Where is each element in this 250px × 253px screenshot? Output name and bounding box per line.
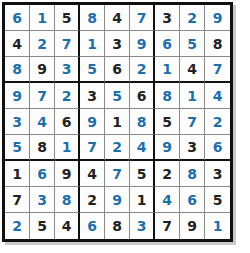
cell-r6c9[interactable]: 6 [205, 135, 230, 161]
cell-r9c9[interactable]: 1 [205, 213, 230, 239]
cell-r2c6[interactable]: 9 [130, 31, 155, 57]
cell-r9c8[interactable]: 9 [180, 213, 205, 239]
cell-r7c4[interactable]: 4 [80, 161, 105, 187]
cell-r1c1[interactable]: 6 [5, 5, 30, 31]
cell-r1c9[interactable]: 9 [205, 5, 230, 31]
cell-r2c5[interactable]: 3 [105, 31, 130, 57]
cell-r4c8[interactable]: 1 [180, 83, 205, 109]
cell-r9c3[interactable]: 4 [55, 213, 80, 239]
cell-r3c3[interactable]: 3 [55, 57, 80, 83]
cell-r8c9[interactable]: 5 [205, 187, 230, 213]
cell-r2c7[interactable]: 6 [155, 31, 180, 57]
cell-r9c2[interactable]: 5 [30, 213, 55, 239]
cell-r6c2[interactable]: 8 [30, 135, 55, 161]
cell-r9c6[interactable]: 3 [130, 213, 155, 239]
cell-r6c3[interactable]: 1 [55, 135, 80, 161]
cell-r2c9[interactable]: 8 [205, 31, 230, 57]
cell-r7c7[interactable]: 2 [155, 161, 180, 187]
cell-r8c4[interactable]: 2 [80, 187, 105, 213]
cell-r3c1[interactable]: 8 [5, 57, 30, 83]
cell-r4c7[interactable]: 8 [155, 83, 180, 109]
cell-r3c5[interactable]: 6 [105, 57, 130, 83]
cell-r3c8[interactable]: 4 [180, 57, 205, 83]
cell-r6c5[interactable]: 2 [105, 135, 130, 161]
cell-r7c1[interactable]: 1 [5, 161, 30, 187]
cell-r9c5[interactable]: 8 [105, 213, 130, 239]
cell-r3c9[interactable]: 7 [205, 57, 230, 83]
cell-r7c5[interactable]: 7 [105, 161, 130, 187]
cell-r9c4[interactable]: 6 [80, 213, 105, 239]
cell-r7c3[interactable]: 9 [55, 161, 80, 187]
cell-r5c2[interactable]: 4 [30, 109, 55, 135]
cell-r5c1[interactable]: 3 [5, 109, 30, 135]
cell-r4c1[interactable]: 9 [5, 83, 30, 109]
sudoku-board: 6158473294271396588935621479723568143469… [2, 2, 233, 242]
cell-r5c4[interactable]: 9 [80, 109, 105, 135]
cell-r1c8[interactable]: 2 [180, 5, 205, 31]
cell-r2c3[interactable]: 7 [55, 31, 80, 57]
cell-r7c2[interactable]: 6 [30, 161, 55, 187]
cell-r5c8[interactable]: 7 [180, 109, 205, 135]
cell-r8c8[interactable]: 6 [180, 187, 205, 213]
cell-r6c6[interactable]: 4 [130, 135, 155, 161]
cell-r1c3[interactable]: 5 [55, 5, 80, 31]
cell-r1c4[interactable]: 8 [80, 5, 105, 31]
cell-r4c9[interactable]: 4 [205, 83, 230, 109]
cell-r7c8[interactable]: 8 [180, 161, 205, 187]
cell-r5c6[interactable]: 8 [130, 109, 155, 135]
cell-r5c3[interactable]: 6 [55, 109, 80, 135]
cell-r2c8[interactable]: 5 [180, 31, 205, 57]
cell-r4c4[interactable]: 3 [80, 83, 105, 109]
cell-r4c5[interactable]: 5 [105, 83, 130, 109]
cell-r5c7[interactable]: 5 [155, 109, 180, 135]
cell-r4c6[interactable]: 6 [130, 83, 155, 109]
cell-r5c9[interactable]: 2 [205, 109, 230, 135]
cell-r1c2[interactable]: 1 [30, 5, 55, 31]
cell-r1c6[interactable]: 7 [130, 5, 155, 31]
cell-r6c7[interactable]: 9 [155, 135, 180, 161]
cell-r6c8[interactable]: 3 [180, 135, 205, 161]
cell-r2c4[interactable]: 1 [80, 31, 105, 57]
cell-r3c7[interactable]: 1 [155, 57, 180, 83]
cell-r8c3[interactable]: 8 [55, 187, 80, 213]
cell-r7c6[interactable]: 5 [130, 161, 155, 187]
cell-r2c1[interactable]: 4 [5, 31, 30, 57]
cell-r6c4[interactable]: 7 [80, 135, 105, 161]
cell-r8c1[interactable]: 7 [5, 187, 30, 213]
cell-r1c5[interactable]: 4 [105, 5, 130, 31]
cell-r4c2[interactable]: 7 [30, 83, 55, 109]
cell-r9c1[interactable]: 2 [5, 213, 30, 239]
cell-r4c3[interactable]: 2 [55, 83, 80, 109]
cell-r3c6[interactable]: 2 [130, 57, 155, 83]
cell-r3c2[interactable]: 9 [30, 57, 55, 83]
cell-r8c5[interactable]: 9 [105, 187, 130, 213]
cell-r6c1[interactable]: 5 [5, 135, 30, 161]
cell-r1c7[interactable]: 3 [155, 5, 180, 31]
sudoku-page: 6158473294271396588935621479723568143469… [0, 0, 250, 253]
cell-r8c6[interactable]: 1 [130, 187, 155, 213]
cell-r5c5[interactable]: 1 [105, 109, 130, 135]
cell-r7c9[interactable]: 3 [205, 161, 230, 187]
cell-r8c7[interactable]: 4 [155, 187, 180, 213]
cell-r9c7[interactable]: 7 [155, 213, 180, 239]
cell-r8c2[interactable]: 3 [30, 187, 55, 213]
cell-r2c2[interactable]: 2 [30, 31, 55, 57]
cell-r3c4[interactable]: 5 [80, 57, 105, 83]
